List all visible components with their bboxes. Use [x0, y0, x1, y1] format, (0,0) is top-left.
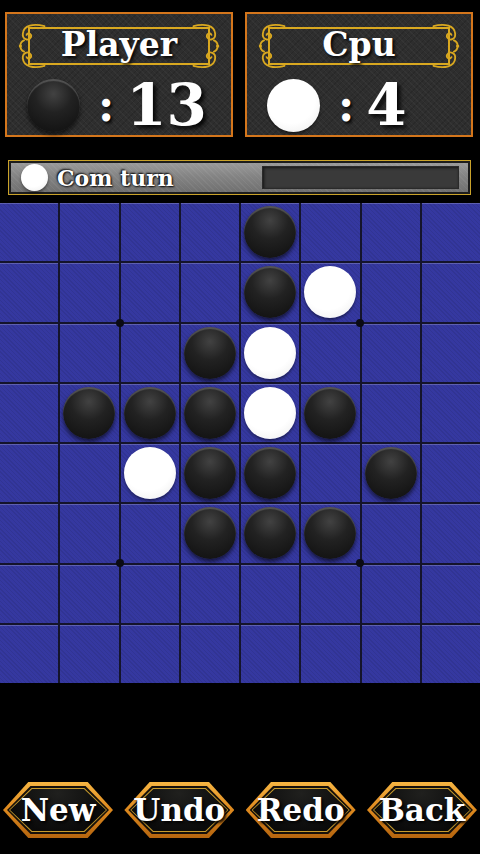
cpu-name-frame: Cpu — [259, 24, 459, 68]
button-bar: New Undo Redo Back — [0, 782, 480, 838]
black-disc — [184, 447, 236, 499]
board-cell[interactable] — [362, 444, 420, 502]
white-disc-icon — [21, 164, 48, 191]
board-cell[interactable] — [60, 565, 118, 623]
turn-status-inner: Com turn — [11, 163, 468, 192]
board-cell[interactable] — [422, 444, 480, 502]
white-disc — [267, 79, 320, 132]
board-cell[interactable] — [362, 625, 420, 683]
board-cell[interactable] — [121, 384, 179, 442]
thinking-progress-bar — [262, 166, 459, 189]
player-score: 13 — [126, 76, 207, 134]
score-panels: Player : 13 — [5, 12, 473, 137]
board-cell[interactable] — [422, 565, 480, 623]
board-cell[interactable] — [301, 565, 359, 623]
board-cell[interactable] — [181, 444, 239, 502]
star-point — [356, 319, 364, 327]
board-cell[interactable] — [301, 203, 359, 261]
undo-button[interactable]: Undo — [124, 782, 234, 838]
board-cell[interactable] — [181, 625, 239, 683]
board-cell[interactable] — [241, 504, 299, 562]
player-panel: Player : 13 — [5, 12, 233, 137]
board-cell[interactable] — [181, 504, 239, 562]
black-disc — [184, 507, 236, 559]
board-cell[interactable] — [60, 504, 118, 562]
board-cell[interactable] — [60, 203, 118, 261]
reversi-app-screen: Player : 13 — [0, 0, 480, 854]
new-button-label: New — [3, 782, 113, 838]
board-cell[interactable] — [60, 444, 118, 502]
board-cell[interactable] — [60, 625, 118, 683]
board-cell[interactable] — [0, 203, 58, 261]
board-cell[interactable] — [422, 504, 480, 562]
board-cell[interactable] — [0, 384, 58, 442]
board-cell[interactable] — [0, 504, 58, 562]
board-cell[interactable] — [60, 384, 118, 442]
cpu-score-row: : 4 — [267, 76, 471, 134]
board-cell[interactable] — [241, 203, 299, 261]
black-disc — [244, 507, 296, 559]
board-cell[interactable] — [181, 565, 239, 623]
board-cell[interactable] — [362, 263, 420, 321]
board-cell[interactable] — [301, 444, 359, 502]
white-disc — [244, 327, 296, 379]
board-cell[interactable] — [241, 565, 299, 623]
player-score-row: : 13 — [27, 76, 231, 134]
white-disc — [124, 447, 176, 499]
board-cell[interactable] — [301, 504, 359, 562]
white-disc — [304, 266, 356, 318]
black-disc — [63, 387, 115, 439]
board-cell[interactable] — [121, 203, 179, 261]
board-cell[interactable] — [422, 324, 480, 382]
star-point — [116, 559, 124, 567]
board-cell[interactable] — [181, 324, 239, 382]
back-button-label: Back — [367, 782, 477, 838]
black-disc — [244, 447, 296, 499]
black-disc — [184, 327, 236, 379]
black-disc — [244, 206, 296, 258]
board-cell[interactable] — [121, 625, 179, 683]
board-cell[interactable] — [301, 263, 359, 321]
score-colon: : — [98, 80, 114, 131]
star-point — [116, 319, 124, 327]
black-disc — [244, 266, 296, 318]
undo-button-label: Undo — [124, 782, 234, 838]
board-cell[interactable] — [60, 263, 118, 321]
board-cell[interactable] — [301, 324, 359, 382]
board-cell[interactable] — [0, 565, 58, 623]
board-cell[interactable] — [422, 625, 480, 683]
board-cell[interactable] — [241, 324, 299, 382]
black-disc — [304, 387, 356, 439]
board-cell[interactable] — [0, 263, 58, 321]
board-cell[interactable] — [60, 324, 118, 382]
redo-button-label: Redo — [246, 782, 356, 838]
new-button[interactable]: New — [3, 782, 113, 838]
black-disc — [124, 387, 176, 439]
board-cell[interactable] — [181, 384, 239, 442]
turn-status-text: Com turn — [57, 165, 262, 191]
board-cell[interactable] — [362, 384, 420, 442]
board-cell[interactable] — [362, 504, 420, 562]
board-cell[interactable] — [0, 444, 58, 502]
board-cell[interactable] — [241, 444, 299, 502]
score-colon: : — [338, 80, 354, 131]
turn-status-bar: Com turn — [8, 160, 471, 195]
redo-button[interactable]: Redo — [246, 782, 356, 838]
black-disc — [27, 79, 80, 132]
board-cell[interactable] — [241, 384, 299, 442]
black-disc — [365, 447, 417, 499]
cpu-label: Cpu — [259, 28, 459, 61]
black-disc — [184, 387, 236, 439]
board-cell[interactable] — [362, 324, 420, 382]
board-cell[interactable] — [301, 384, 359, 442]
black-disc — [304, 507, 356, 559]
player-name-frame: Player — [19, 24, 219, 68]
board-cell[interactable] — [422, 203, 480, 261]
board-cell[interactable] — [181, 203, 239, 261]
star-point — [356, 559, 364, 567]
board-cell[interactable] — [121, 324, 179, 382]
white-disc — [244, 387, 296, 439]
board-cell[interactable] — [121, 504, 179, 562]
board-cell[interactable] — [0, 625, 58, 683]
board-cell[interactable] — [0, 324, 58, 382]
board-cell[interactable] — [362, 203, 420, 261]
board-cell[interactable] — [121, 565, 179, 623]
board — [0, 203, 480, 683]
board-cell[interactable] — [121, 263, 179, 321]
board-cell[interactable] — [241, 625, 299, 683]
back-button[interactable]: Back — [367, 782, 477, 838]
board-cell[interactable] — [362, 565, 420, 623]
board-cell[interactable] — [241, 263, 299, 321]
board-cell[interactable] — [422, 384, 480, 442]
cpu-panel: Cpu : 4 — [245, 12, 473, 137]
board-cell[interactable] — [422, 263, 480, 321]
cpu-score: 4 — [366, 76, 406, 134]
player-label: Player — [19, 28, 219, 61]
board-cell[interactable] — [121, 444, 179, 502]
board-cell[interactable] — [301, 625, 359, 683]
board-cell[interactable] — [181, 263, 239, 321]
